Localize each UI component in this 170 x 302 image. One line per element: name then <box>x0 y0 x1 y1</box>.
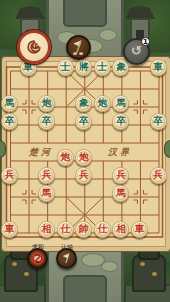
piece-red[interactable]: 兵 <box>38 167 55 184</box>
takeback-button[interactable]: ↺ 1 <box>123 38 150 65</box>
piece-black[interactable]: 馬 <box>112 95 129 112</box>
piece-black[interactable]: 炮 <box>94 95 111 112</box>
takeback-count-badge: 1 <box>141 37 150 46</box>
game-screen: 楚河 汉界 車士將士象車馬炮象炮馬卒卒卒卒卒炮炮兵兵兵兵兵馬馬車相仕帥仕相車 ↺… <box>0 0 170 302</box>
piece-red[interactable]: 馬 <box>38 185 55 202</box>
river-label-right: 汉界 <box>108 146 132 159</box>
piece-black[interactable]: 卒 <box>38 113 55 130</box>
piece-red[interactable]: 兵 <box>150 167 167 184</box>
piece-black[interactable]: 士 <box>57 59 74 76</box>
piece-red[interactable]: 仕 <box>94 221 111 238</box>
piece-red[interactable]: 炮 <box>75 149 92 166</box>
draw-button[interactable] <box>27 248 48 269</box>
spiral-back-button[interactable] <box>17 30 51 64</box>
piece-red[interactable]: 車 <box>131 221 148 238</box>
piece-black[interactable]: 士 <box>94 59 111 76</box>
board-side-tab-right <box>164 140 170 158</box>
piece-red[interactable]: 兵 <box>1 167 18 184</box>
piece-red[interactable]: 帥 <box>75 221 92 238</box>
piece-black[interactable]: 卒 <box>112 113 129 130</box>
river-label-left: 楚河 <box>29 146 53 159</box>
piece-black[interactable]: 炮 <box>38 95 55 112</box>
piece-red[interactable]: 兵 <box>112 167 129 184</box>
stone-door-bottom <box>63 275 107 302</box>
piece-black[interactable]: 馬 <box>1 95 18 112</box>
battle-flag-medallion <box>66 35 91 60</box>
piece-red[interactable]: 車 <box>1 221 18 238</box>
piece-red[interactable]: 相 <box>112 221 129 238</box>
flag-icon <box>68 37 89 58</box>
piece-red[interactable]: 馬 <box>112 185 129 202</box>
piece-red[interactable]: 兵 <box>75 167 92 184</box>
undo-hand-icon: ↺ <box>131 43 142 58</box>
resign-button[interactable] <box>56 248 77 269</box>
piece-black[interactable]: 將 <box>75 59 92 76</box>
piece-red[interactable]: 仕 <box>57 221 74 238</box>
piece-black[interactable]: 卒 <box>1 113 18 130</box>
piece-black[interactable]: 卒 <box>75 113 92 130</box>
piece-red[interactable]: 相 <box>38 221 55 238</box>
piece-black[interactable]: 卒 <box>150 113 167 130</box>
stone-door-top <box>63 0 107 27</box>
piece-black[interactable]: 象 <box>75 95 92 112</box>
prohibition-icon <box>31 252 44 265</box>
piece-red[interactable]: 炮 <box>57 149 74 166</box>
spiral-icon <box>23 36 45 58</box>
piece-black[interactable]: 車 <box>150 59 167 76</box>
flag-icon <box>59 251 74 266</box>
